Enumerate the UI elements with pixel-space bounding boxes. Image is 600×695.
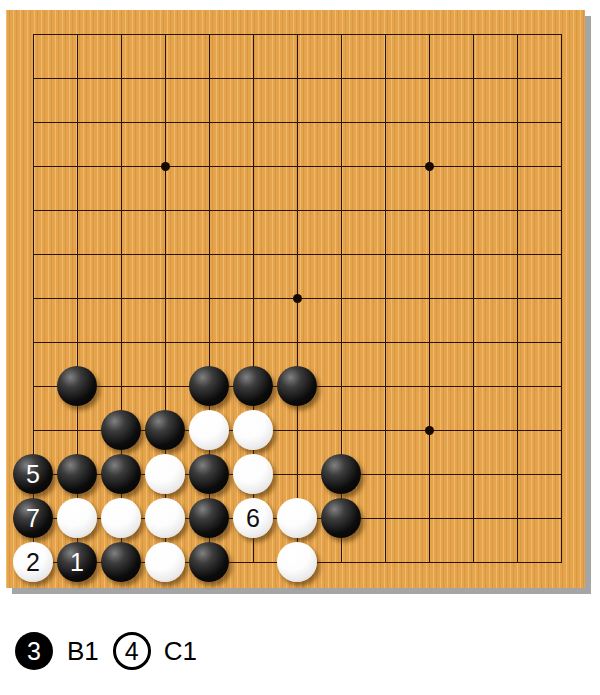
black-stone-C1 xyxy=(101,542,141,582)
black-stone-H3 xyxy=(321,454,361,494)
black-stone-C4 xyxy=(101,410,141,450)
star-point xyxy=(425,162,434,171)
grid-line-vertical xyxy=(429,34,430,563)
grid-line-vertical xyxy=(473,34,474,563)
black-stone-B3 xyxy=(57,454,97,494)
star-point xyxy=(293,294,302,303)
black-stone-H2 xyxy=(321,498,361,538)
caption-black-stone-3: 3 xyxy=(15,632,53,670)
black-stone-B1-move-1: 1 xyxy=(57,542,97,582)
black-stone-D4 xyxy=(145,410,185,450)
white-stone-B2 xyxy=(57,498,97,538)
white-stone-G1 xyxy=(277,542,317,582)
black-stone-B5 xyxy=(57,366,97,406)
black-stone-A2-move-7: 7 xyxy=(13,498,53,538)
caption-coord-b1: B1 xyxy=(67,636,99,667)
white-stone-A1-move-2: 2 xyxy=(13,542,53,582)
black-stone-G5 xyxy=(277,366,317,406)
white-stone-F4 xyxy=(233,410,273,450)
grid-line-vertical xyxy=(385,34,386,563)
white-stone-E4 xyxy=(189,410,229,450)
black-stone-F5 xyxy=(233,366,273,406)
white-stone-G2 xyxy=(277,498,317,538)
white-stone-C2 xyxy=(101,498,141,538)
caption-coord-c1: C1 xyxy=(164,636,197,667)
black-stone-E5 xyxy=(189,366,229,406)
grid-line-vertical xyxy=(517,34,518,563)
black-stone-A3-move-5: 5 xyxy=(13,454,53,494)
black-stone-C3 xyxy=(101,454,141,494)
white-stone-D2 xyxy=(145,498,185,538)
black-stone-E3 xyxy=(189,454,229,494)
grid-line-vertical xyxy=(561,34,562,563)
caption-white-stone-4: 4 xyxy=(113,632,151,670)
white-stone-F2-move-6: 6 xyxy=(233,498,273,538)
black-stone-E2 xyxy=(189,498,229,538)
white-stone-D3 xyxy=(145,454,185,494)
white-stone-D1 xyxy=(145,542,185,582)
black-stone-E1 xyxy=(189,542,229,582)
star-point xyxy=(161,162,170,171)
white-stone-F3 xyxy=(233,454,273,494)
star-point xyxy=(425,426,434,435)
diagram-page: 57621 3 B1 4 C1 xyxy=(0,0,600,695)
go-board: 57621 xyxy=(6,10,585,588)
grid-line-horizontal xyxy=(33,342,562,343)
move-caption: 3 B1 4 C1 xyxy=(15,631,211,671)
